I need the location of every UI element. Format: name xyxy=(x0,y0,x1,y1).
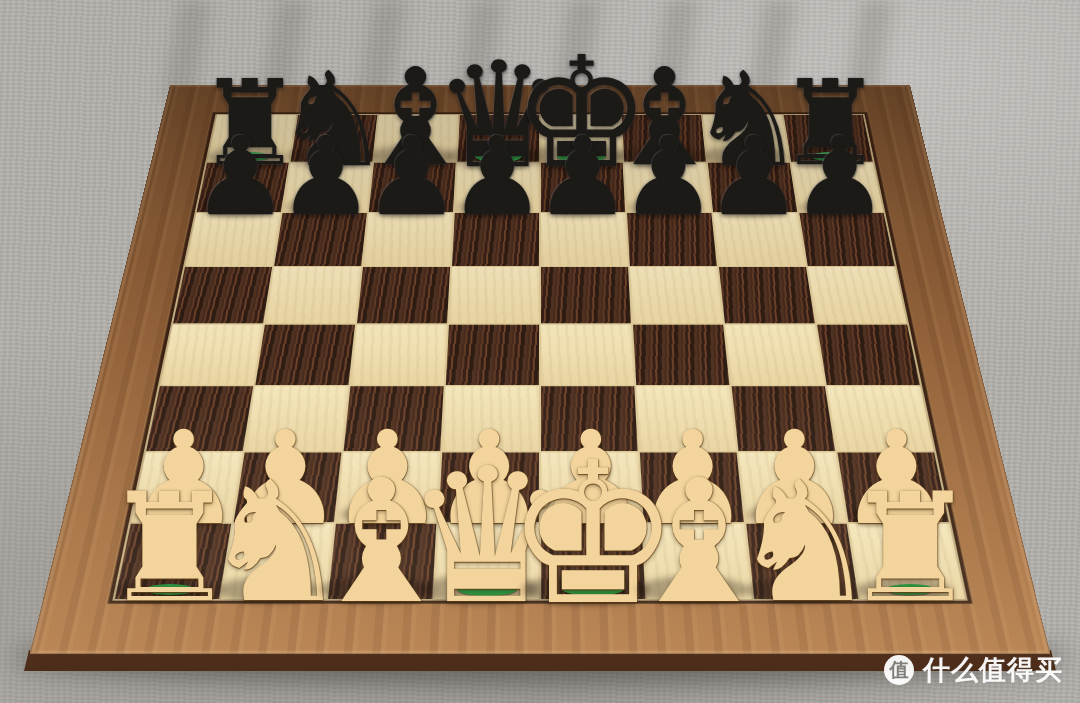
piece-glyph: ♟ xyxy=(192,123,289,232)
piece-glyph: ♜ xyxy=(843,473,978,623)
piece-glyph: ♟ xyxy=(534,123,631,232)
watermark-brand-text: 什么值得买 xyxy=(923,652,1063,688)
watermark-badge-icon: 值 xyxy=(884,655,914,685)
watermark: 值 什么值得买 xyxy=(884,652,1063,688)
photo-scene: ♜♞♝♛♚♝♞♜♟♟♟♟♟♟♟♟♟♟♟♟♟♟♟♟♜♞♝♛♚♝♞♜ 值 什么值得买 xyxy=(0,0,1080,703)
piece-glyph: ♟ xyxy=(705,123,802,232)
piece-glyph: ♟ xyxy=(620,123,717,232)
piece-glyph: ♟ xyxy=(449,123,546,232)
piece-layer: ♜♞♝♛♚♝♞♜♟♟♟♟♟♟♟♟♟♟♟♟♟♟♟♟♜♞♝♛♚♝♞♜ xyxy=(0,0,1080,703)
piece-glyph: ♟ xyxy=(791,123,888,232)
piece-glyph: ♟ xyxy=(363,123,460,232)
piece-glyph: ♟ xyxy=(277,123,374,232)
watermark-badge-char: 值 xyxy=(890,657,909,683)
